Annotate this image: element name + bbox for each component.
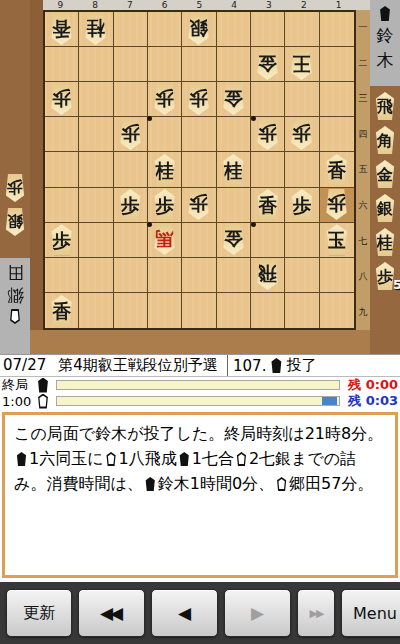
piece-glyph: 歩 — [2, 174, 28, 202]
row-labels: 一二三四五六七八九 — [356, 10, 370, 330]
piece-p: 歩 — [287, 119, 316, 150]
hand-piece-銀[interactable]: 銀 — [2, 208, 28, 236]
square-5九[interactable] — [182, 293, 216, 328]
square-8三[interactable] — [79, 82, 113, 117]
square-9八[interactable] — [45, 258, 79, 293]
hand-piece-桂[interactable]: 桂 — [372, 228, 398, 256]
square-8五[interactable] — [79, 152, 113, 187]
hand-piece-歩[interactable]: 歩5 — [372, 262, 398, 290]
row-label: 一 — [356, 10, 370, 46]
square-3二[interactable]: 金 — [251, 47, 285, 82]
piece-N: 桂 — [219, 154, 248, 185]
piece-p: 歩 — [322, 189, 351, 220]
square-9六[interactable] — [45, 188, 79, 223]
piece-glyph: 金 — [372, 160, 398, 188]
row-label: 四 — [356, 117, 370, 153]
row-label: 九 — [356, 294, 370, 330]
hand-piece-count: 5 — [393, 277, 400, 292]
rewind-button[interactable]: ◀◀ — [78, 589, 145, 637]
piece-P: 歩 — [116, 189, 145, 220]
piece-glyph: 銀 — [372, 194, 398, 222]
square-6七[interactable]: 馬 — [148, 223, 182, 258]
square-4六[interactable] — [217, 188, 251, 223]
sente-name-char: 鈴 — [377, 25, 394, 46]
square-5二[interactable] — [182, 47, 216, 82]
square-3四[interactable]: 歩 — [251, 117, 285, 152]
byoyomi-segment — [322, 397, 337, 405]
square-1四[interactable] — [320, 117, 354, 152]
piece-g: 金 — [219, 84, 248, 115]
event-name: 第4期叡王戦段位別予選 — [58, 356, 218, 375]
square-5七[interactable] — [182, 223, 216, 258]
gote-hand-tray: 歩銀 — [0, 0, 30, 258]
update-button[interactable]: 更新 — [6, 589, 72, 637]
hand-piece-銀[interactable]: 銀 — [372, 194, 398, 222]
star-point — [147, 222, 152, 227]
hand-piece-角[interactable]: 角 — [372, 126, 398, 154]
gote-remaining-time: 残 0:03 — [346, 392, 398, 410]
col-number-1: 1 — [321, 0, 356, 10]
square-2六[interactable]: 歩 — [285, 188, 319, 223]
piece-glyph: 角 — [372, 126, 398, 154]
square-3七[interactable] — [251, 223, 285, 258]
piece-r: 飛 — [253, 259, 282, 290]
square-2八[interactable] — [285, 258, 319, 293]
piece-P: 歩 — [47, 224, 76, 255]
square-2九[interactable] — [285, 293, 319, 328]
row-label: 二 — [356, 46, 370, 82]
piece-L: 香 — [322, 154, 351, 185]
col-number-5: 5 — [182, 0, 217, 10]
square-9二[interactable] — [45, 47, 79, 82]
square-4九[interactable] — [217, 293, 251, 328]
black-piece-icon — [178, 452, 191, 466]
piece-P: 歩 — [150, 189, 179, 220]
square-2三[interactable] — [285, 82, 319, 117]
square-1八[interactable] — [320, 258, 354, 293]
comment-box[interactable]: この局面で鈴木が投了した。終局時刻は21時8分。1六同玉に1八飛成1七合2七銀ま… — [2, 412, 398, 578]
sente-clock-label: 終局 — [2, 376, 36, 394]
col-number-8: 8 — [78, 0, 113, 10]
toolbar: 更新 ◀◀ ◀ ▶ ▶▶ Menu — [0, 582, 400, 644]
square-9四[interactable] — [45, 117, 79, 152]
sente-player-panel: 鈴木 — [370, 0, 400, 86]
gote-clock-row: 1:00 残 0:03 — [0, 393, 400, 409]
piece-p: 歩 — [47, 84, 76, 115]
col-number-2: 2 — [286, 0, 321, 10]
square-1一[interactable] — [320, 12, 354, 47]
square-4五[interactable]: 桂 — [217, 152, 251, 187]
piece-k: 王 — [287, 49, 316, 80]
header-left: 07/27 第4期叡王戦段位別予選 — [0, 356, 227, 375]
game-date: 07/27 — [3, 356, 46, 375]
clock-panel: 終局 残 0:00 1:00 残 0:03 — [0, 376, 400, 410]
column-numbers: 987654321 — [43, 0, 370, 10]
square-7五[interactable] — [114, 152, 148, 187]
square-2二[interactable]: 王 — [285, 47, 319, 82]
current-move: 107. 投了 — [228, 356, 316, 375]
piece-p: 歩 — [184, 84, 213, 115]
gote-clock-icon — [36, 394, 50, 409]
square-1六[interactable]: 歩 — [320, 188, 354, 223]
board-bottom-margin — [30, 330, 370, 354]
square-1九[interactable] — [320, 293, 354, 328]
piece-glyph: 銀 — [2, 208, 28, 236]
menu-button[interactable]: Menu — [341, 589, 400, 637]
col-number-3: 3 — [252, 0, 287, 10]
white-piece-icon — [105, 452, 118, 466]
square-7六[interactable]: 歩 — [114, 188, 148, 223]
square-7七[interactable] — [114, 223, 148, 258]
square-8一[interactable]: 桂 — [79, 12, 113, 47]
gote-time-bar — [56, 396, 340, 406]
white-piece-icon — [8, 309, 22, 324]
square-9七[interactable]: 歩 — [45, 223, 79, 258]
star-point — [147, 116, 152, 121]
piece-glyph: 桂 — [372, 228, 398, 256]
piece-K: 玉 — [322, 224, 351, 255]
piece-p: 歩 — [116, 119, 145, 150]
square-3八[interactable]: 飛 — [251, 258, 285, 293]
square-8九[interactable] — [79, 293, 113, 328]
col-number-7: 7 — [113, 0, 148, 10]
square-8四[interactable] — [79, 117, 113, 152]
piece-L: 香 — [253, 189, 282, 220]
square-4一[interactable] — [217, 12, 251, 47]
black-piece-icon — [144, 477, 157, 491]
square-2七[interactable] — [285, 223, 319, 258]
square-5一[interactable]: 銀 — [182, 12, 216, 47]
square-2四[interactable]: 歩 — [285, 117, 319, 152]
black-piece-icon — [15, 452, 28, 466]
kifu-header: 07/27 第4期叡王戦段位別予選 107. 投了 — [0, 354, 400, 376]
square-3三[interactable] — [251, 82, 285, 117]
fast-forward-button[interactable]: ▶▶ — [297, 589, 335, 637]
square-6九[interactable] — [148, 293, 182, 328]
piece-p: 歩 — [253, 119, 282, 150]
square-3一[interactable] — [251, 12, 285, 47]
sente-clock-icon — [36, 378, 50, 393]
col-number-4: 4 — [217, 0, 252, 10]
square-7九[interactable] — [114, 293, 148, 328]
square-2五[interactable] — [285, 152, 319, 187]
hand-piece-金[interactable]: 金 — [372, 160, 398, 188]
sente-name-char: 木 — [377, 50, 394, 71]
square-6四[interactable] — [148, 117, 182, 152]
gote-name-char: 田 — [7, 263, 24, 283]
square-1二[interactable] — [320, 47, 354, 82]
hand-piece-歩[interactable]: 歩 — [2, 174, 28, 202]
square-1五[interactable]: 香 — [320, 152, 354, 187]
white-piece-icon — [235, 452, 248, 466]
square-8六[interactable] — [79, 188, 113, 223]
star-point — [251, 116, 256, 121]
row-label: 七 — [356, 223, 370, 259]
square-4二[interactable] — [217, 47, 251, 82]
hand-piece-飛[interactable]: 飛 — [372, 92, 398, 120]
square-8七[interactable] — [79, 223, 113, 258]
square-9三[interactable]: 歩 — [45, 82, 79, 117]
piece-N: 桂 — [150, 154, 179, 185]
forward-button[interactable]: ▶ — [224, 589, 291, 637]
row-label: 三 — [356, 81, 370, 117]
white-piece-icon — [275, 477, 288, 491]
move-label: 投了 — [286, 356, 316, 375]
square-7三[interactable] — [114, 82, 148, 117]
square-6八[interactable] — [148, 258, 182, 293]
row-label: 五 — [356, 152, 370, 188]
sente-clock-row: 終局 残 0:00 — [0, 377, 400, 393]
square-5三[interactable]: 歩 — [182, 82, 216, 117]
square-1七[interactable]: 玉 — [320, 223, 354, 258]
square-6一[interactable] — [148, 12, 182, 47]
piece-P: 歩 — [287, 189, 316, 220]
col-number-9: 9 — [43, 0, 78, 10]
piece-s: 銀 — [184, 14, 213, 45]
square-7四[interactable]: 歩 — [114, 117, 148, 152]
square-9九[interactable]: 香 — [45, 293, 79, 328]
square-5八[interactable] — [182, 258, 216, 293]
gote-clock-label: 1:00 — [2, 394, 36, 409]
piece-n: 桂 — [81, 14, 110, 45]
square-6五[interactable]: 桂 — [148, 152, 182, 187]
square-3六[interactable]: 香 — [251, 188, 285, 223]
sente-time-bar — [56, 380, 340, 390]
shogi-app: 歩銀 田郷 987654321 香桂銀金王歩歩歩金歩歩歩桂桂香歩歩歩香歩歩歩馬金… — [0, 0, 400, 644]
square-5六[interactable]: 歩 — [182, 188, 216, 223]
board-zone: 歩銀 田郷 987654321 香桂銀金王歩歩歩金歩歩歩桂桂香歩歩歩香歩歩歩馬金… — [0, 0, 400, 354]
square-3九[interactable] — [251, 293, 285, 328]
square-2一[interactable] — [285, 12, 319, 47]
square-4八[interactable] — [217, 258, 251, 293]
square-1三[interactable] — [320, 82, 354, 117]
star-point — [251, 222, 256, 227]
square-7二[interactable] — [114, 47, 148, 82]
black-piece-icon — [269, 358, 283, 373]
piece-g: 金 — [219, 224, 248, 255]
square-4三[interactable]: 金 — [217, 82, 251, 117]
square-6二[interactable] — [148, 47, 182, 82]
square-6六[interactable]: 歩 — [148, 188, 182, 223]
gote-player-panel: 田郷 — [0, 258, 30, 354]
col-number-6: 6 — [147, 0, 182, 10]
square-7八[interactable] — [114, 258, 148, 293]
square-8二[interactable] — [79, 47, 113, 82]
board-grid: 香桂銀金王歩歩歩金歩歩歩桂桂香歩歩歩香歩歩歩馬金玉飛香 — [43, 10, 356, 330]
square-9五[interactable] — [45, 152, 79, 187]
piece-p: 歩 — [150, 84, 179, 115]
square-5四[interactable] — [182, 117, 216, 152]
piece-l: 香 — [47, 14, 76, 45]
gote-name-char: 郷 — [7, 286, 24, 306]
piece-g: 金 — [253, 49, 282, 80]
piece-glyph: 飛 — [372, 92, 398, 120]
piece-p: 歩 — [184, 189, 213, 220]
square-5五[interactable] — [182, 152, 216, 187]
square-3五[interactable] — [251, 152, 285, 187]
square-8八[interactable] — [79, 258, 113, 293]
back-button[interactable]: ◀ — [151, 589, 218, 637]
square-4七[interactable]: 金 — [217, 223, 251, 258]
move-number: 107. — [233, 357, 266, 375]
sente-mark-icon — [378, 6, 392, 21]
square-6三[interactable]: 歩 — [148, 82, 182, 117]
square-9一[interactable]: 香 — [45, 12, 79, 47]
piece-L: 香 — [47, 295, 76, 326]
row-label: 八 — [356, 259, 370, 295]
row-label: 六 — [356, 188, 370, 224]
piece-+b: 馬 — [150, 224, 179, 255]
square-4四[interactable] — [217, 117, 251, 152]
square-7一[interactable] — [114, 12, 148, 47]
sente-hand-tray: 飛角金銀桂歩5 — [370, 86, 400, 354]
